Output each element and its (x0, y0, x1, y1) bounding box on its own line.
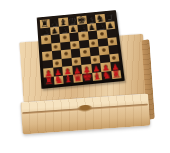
square-h1[interactable]: ♜ (111, 70, 122, 79)
peg-hole (63, 36, 66, 39)
peg-hole (64, 52, 67, 55)
piece-black-pawn[interactable]: ♟ (88, 24, 96, 32)
piece-red-rook[interactable]: ♜ (44, 76, 54, 87)
piece-black-pawn[interactable]: ♟ (106, 22, 114, 30)
peg-hole (110, 40, 113, 43)
piece-red-bishop[interactable]: ♝ (92, 71, 102, 82)
square-g1[interactable]: ♞ (101, 71, 112, 80)
travel-chess-set: ♜♞♝♛♚♝♞♜♟♟♟♟♟♟♟♟♟♟♟♟♟♟♟♟♜♞♝♛♚♝♞♜ (15, 20, 152, 139)
square-a1[interactable]: ♜ (44, 76, 54, 85)
peg-hole (83, 51, 86, 54)
peg-hole (92, 41, 95, 44)
peg-hole (112, 56, 115, 59)
square-e1[interactable]: ♚ (82, 72, 92, 81)
square-h7[interactable]: ♟ (105, 21, 115, 30)
piece-black-pawn[interactable]: ♟ (97, 23, 105, 31)
piece-red-knight[interactable]: ♞ (54, 75, 64, 86)
peg-hole (82, 34, 85, 37)
piece-red-rook[interactable]: ♜ (111, 69, 121, 80)
box-finger-notch[interactable] (77, 104, 93, 112)
piece-black-pawn[interactable]: ♟ (42, 29, 50, 37)
chess-board: ♜♞♝♛♚♝♞♜♟♟♟♟♟♟♟♟♟♟♟♟♟♟♟♟♜♞♝♛♚♝♞♜ (37, 10, 125, 89)
peg-hole (45, 54, 48, 57)
peg-hole (102, 49, 105, 52)
peg-hole (74, 60, 77, 63)
square-b1[interactable]: ♞ (53, 75, 63, 84)
piece-black-pawn[interactable]: ♟ (79, 25, 87, 33)
board-grid: ♜♞♝♛♚♝♞♜♟♟♟♟♟♟♟♟♟♟♟♟♟♟♟♟♜♞♝♛♚♝♞♜ (40, 13, 122, 85)
square-f1[interactable]: ♝ (92, 72, 103, 81)
chess-set-photo: ♜♞♝♛♚♝♞♜♟♟♟♟♟♟♟♟♟♟♟♟♟♟♟♟♜♞♝♛♚♝♞♜ (0, 0, 170, 153)
peg-hole (73, 43, 76, 46)
piece-black-pawn[interactable]: ♟ (60, 27, 68, 35)
peg-hole (44, 38, 47, 41)
peg-hole (100, 33, 103, 36)
piece-red-knight[interactable]: ♞ (101, 70, 111, 81)
piece-black-pawn[interactable]: ♟ (51, 28, 59, 36)
piece-black-pawn[interactable]: ♟ (69, 26, 77, 34)
peg-hole (56, 61, 59, 64)
peg-hole (54, 45, 57, 48)
peg-hole (93, 58, 96, 61)
